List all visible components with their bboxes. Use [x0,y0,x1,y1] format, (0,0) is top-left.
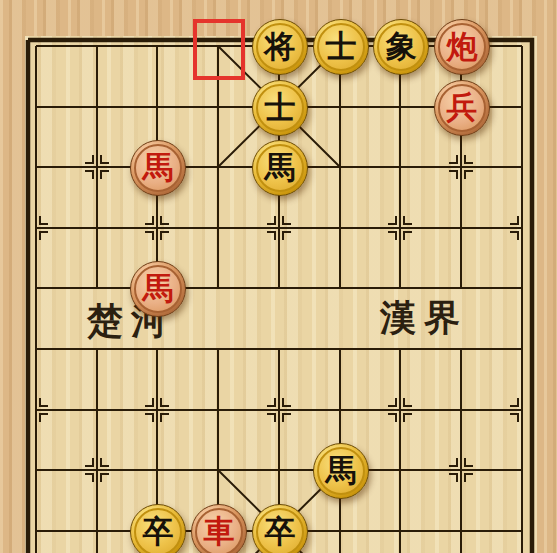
piece-glyph: 馬 [265,152,296,183]
piece-glyph: 将 [265,31,296,62]
piece-face: 馬 [317,447,365,495]
piece-black-soldier-2[interactable]: 卒 [252,504,308,553]
piece-black-horse-1[interactable]: 馬 [252,140,308,196]
piece-glyph: 馬 [143,273,174,304]
piece-glyph: 兵 [447,92,478,123]
piece-face: 卒 [256,508,304,553]
piece-face: 士 [256,84,304,132]
piece-black-elephant[interactable]: 象 [373,19,429,75]
xiangqi-app: { "game": "xiangqi", "position": { "form… [0,0,557,553]
piece-red-soldier[interactable]: 兵 [434,80,490,136]
piece-red-horse-2[interactable]: 馬 [130,261,186,317]
piece-face: 兵 [438,84,486,132]
piece-face: 車 [195,508,243,553]
piece-face: 馬 [256,144,304,192]
piece-face: 象 [377,23,425,71]
piece-red-chariot[interactable]: 車 [191,504,247,553]
piece-black-advisor-2[interactable]: 士 [252,80,308,136]
piece-face: 卒 [134,508,182,553]
piece-face: 将 [256,23,304,71]
piece-face: 炮 [438,23,486,71]
piece-glyph: 士 [265,92,296,123]
piece-glyph: 馬 [326,455,357,486]
piece-face: 馬 [134,144,182,192]
piece-glyph: 卒 [143,516,174,547]
piece-glyph: 馬 [143,152,174,183]
piece-black-soldier-1[interactable]: 卒 [130,504,186,553]
piece-red-cannon[interactable]: 炮 [434,19,490,75]
piece-black-general[interactable]: 将 [252,19,308,75]
piece-red-horse-1[interactable]: 馬 [130,140,186,196]
piece-glyph: 士 [326,31,357,62]
piece-black-horse-2[interactable]: 馬 [313,443,369,499]
river-label-han-jie: 漢界 [380,299,468,335]
piece-black-advisor-1[interactable]: 士 [313,19,369,75]
piece-face: 馬 [134,265,182,313]
piece-glyph: 車 [204,516,235,547]
piece-face: 士 [317,23,365,71]
piece-glyph: 卒 [265,516,296,547]
last-move-marker [193,19,245,80]
piece-glyph: 炮 [447,31,478,62]
piece-glyph: 象 [386,31,417,62]
